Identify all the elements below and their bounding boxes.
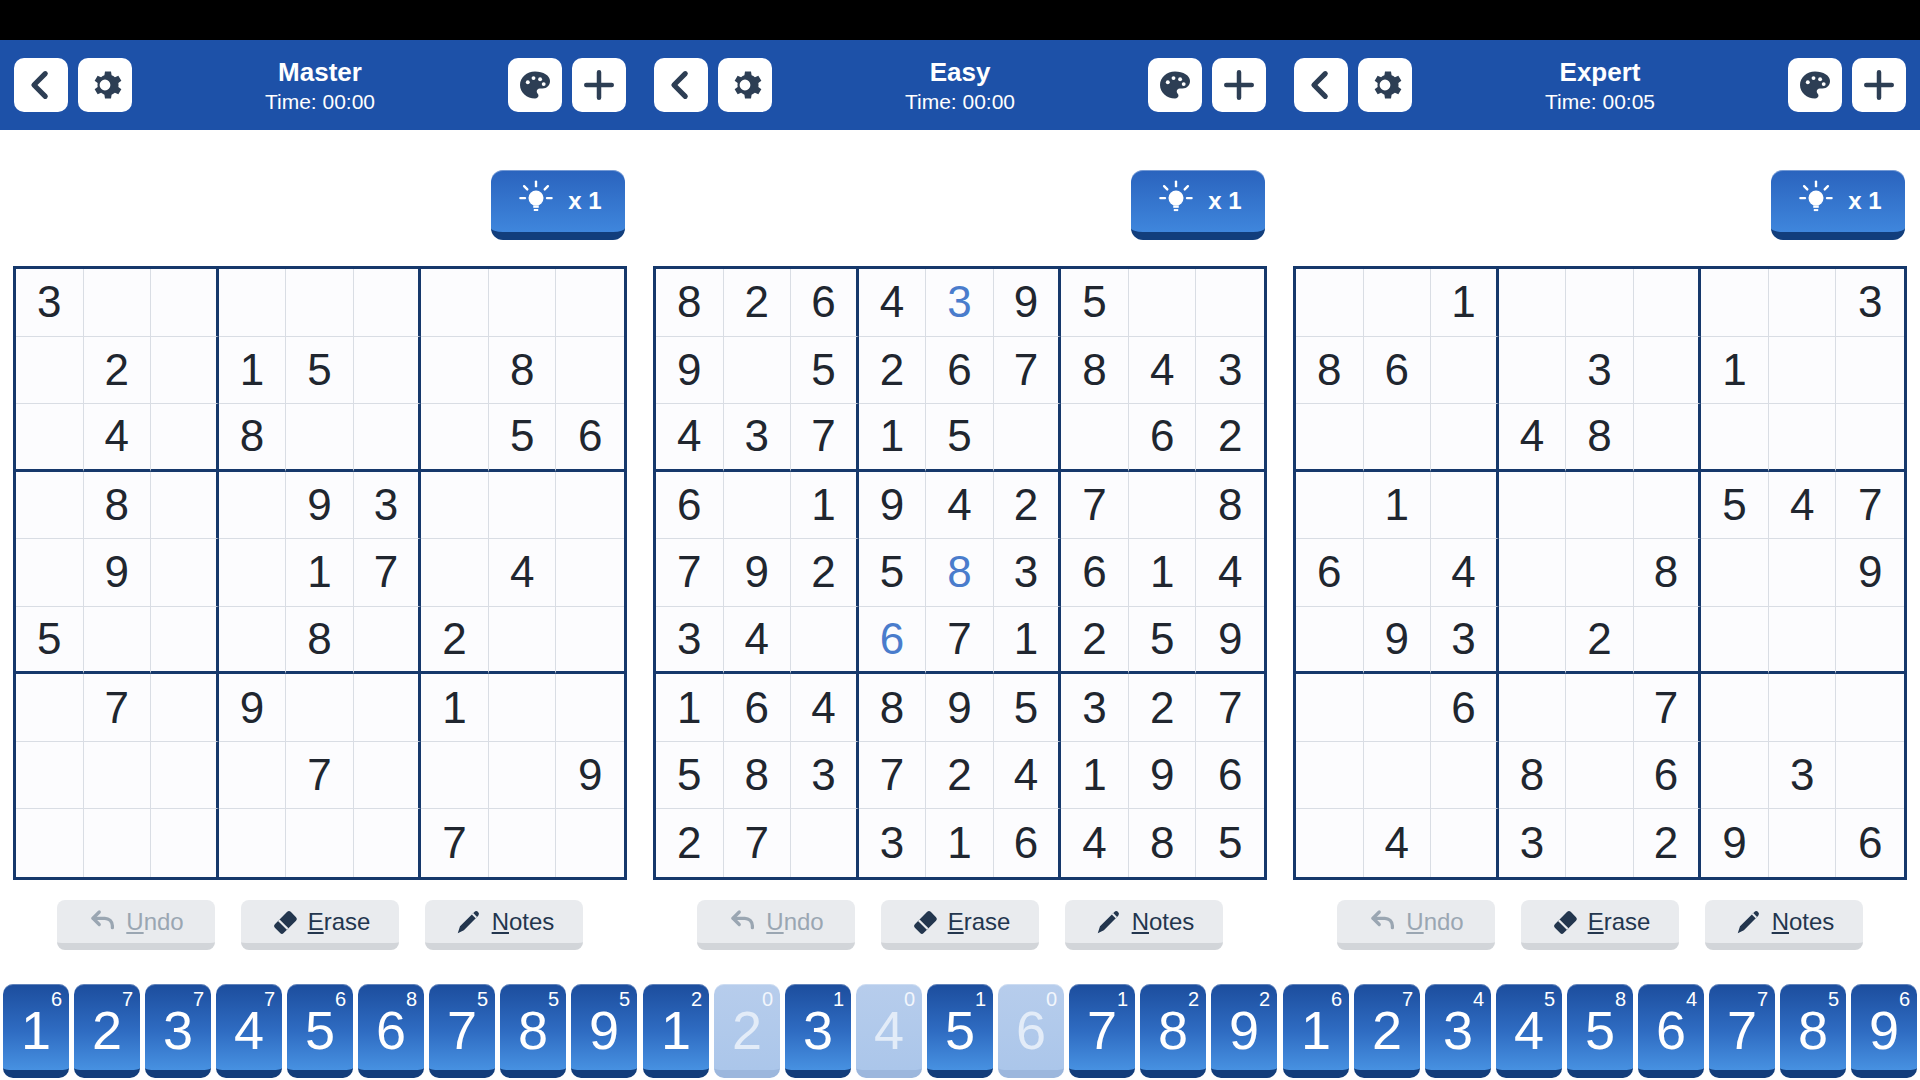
cell-r6c9[interactable]: 9 <box>1196 607 1264 675</box>
cell-r5c7[interactable]: 6 <box>1061 539 1129 607</box>
cell-r6c7[interactable]: 2 <box>1061 607 1129 675</box>
cell-r8c9[interactable]: 9 <box>556 742 624 810</box>
number-key-5[interactable]: 58 <box>1567 984 1633 1078</box>
number-key-9[interactable]: 96 <box>1851 984 1917 1078</box>
cell-r8c1[interactable]: 5 <box>656 742 724 810</box>
cell-r6c6[interactable] <box>1634 607 1702 675</box>
cell-r6c8[interactable] <box>489 607 557 675</box>
cell-r2c9[interactable]: 3 <box>1196 337 1264 405</box>
number-key-3[interactable]: 34 <box>1425 984 1491 1078</box>
cell-r8c2[interactable] <box>1364 742 1432 810</box>
cell-r9c1[interactable] <box>1296 809 1364 877</box>
cell-r5c6[interactable]: 3 <box>994 539 1062 607</box>
cell-r7c7[interactable]: 1 <box>421 674 489 742</box>
palette-icon <box>517 67 553 103</box>
cell-r5c8[interactable]: 1 <box>1129 539 1197 607</box>
cell-r2c7[interactable]: 8 <box>1061 337 1129 405</box>
cell-r9c3[interactable] <box>1431 809 1499 877</box>
cell-r2c9[interactable] <box>1836 337 1904 405</box>
settings-button[interactable] <box>718 58 772 112</box>
cell-r4c3[interactable]: 1 <box>791 472 859 540</box>
cell-r5c1[interactable] <box>16 539 84 607</box>
cell-r1c4[interactable] <box>219 269 287 337</box>
cell-r9c3[interactable] <box>791 809 859 877</box>
back-button[interactable] <box>14 58 68 112</box>
cell-r4c1[interactable] <box>1296 472 1364 540</box>
cell-r4c3[interactable] <box>1431 472 1499 540</box>
cell-r1c1[interactable] <box>1296 269 1364 337</box>
cell-r6c1[interactable]: 3 <box>656 607 724 675</box>
cell-r7c1[interactable]: 1 <box>656 674 724 742</box>
number-key-6[interactable]: 64 <box>1638 984 1704 1078</box>
number-key-digit: 1 <box>1301 1003 1331 1057</box>
cell-r1c8[interactable] <box>1769 269 1837 337</box>
cell-r3c6[interactable] <box>354 404 422 472</box>
number-key-5[interactable]: 51 <box>927 984 993 1078</box>
cell-r2c2[interactable]: 2 <box>84 337 152 405</box>
cell-r7c9[interactable] <box>1836 674 1904 742</box>
cell-r1c2[interactable]: 2 <box>724 269 792 337</box>
cell-r5c5[interactable]: 1 <box>286 539 354 607</box>
cell-r7c8[interactable] <box>1769 674 1837 742</box>
cell-r8c5[interactable]: 2 <box>926 742 994 810</box>
cell-r1c3[interactable] <box>151 269 219 337</box>
theme-button[interactable] <box>1148 58 1202 112</box>
cell-r1c9[interactable] <box>556 269 624 337</box>
number-key-6[interactable]: 68 <box>358 984 424 1078</box>
cell-r7c2[interactable] <box>1364 674 1432 742</box>
cell-r5c4[interactable]: 5 <box>859 539 927 607</box>
cell-r2c8[interactable]: 4 <box>1129 337 1197 405</box>
number-key-2[interactable]: 27 <box>74 984 140 1078</box>
cell-r7c6[interactable]: 5 <box>994 674 1062 742</box>
cell-r8c4[interactable]: 7 <box>859 742 927 810</box>
cell-r1c6[interactable] <box>1634 269 1702 337</box>
cell-r3c5[interactable]: 5 <box>926 404 994 472</box>
cell-r1c7[interactable] <box>421 269 489 337</box>
theme-button[interactable] <box>508 58 562 112</box>
cell-r3c2[interactable]: 3 <box>724 404 792 472</box>
cell-r3c4[interactable]: 4 <box>1499 404 1567 472</box>
cell-r1c6[interactable]: 9 <box>994 269 1062 337</box>
cell-r1c9[interactable]: 3 <box>1836 269 1904 337</box>
cell-r4c6[interactable]: 3 <box>354 472 422 540</box>
cell-r4c3[interactable] <box>151 472 219 540</box>
hint-button[interactable]: x 1 <box>1771 170 1905 240</box>
number-key-3[interactable]: 37 <box>145 984 211 1078</box>
cell-r8c5[interactable]: 7 <box>286 742 354 810</box>
cell-r8c6[interactable]: 6 <box>1634 742 1702 810</box>
cell-r1c6[interactable] <box>354 269 422 337</box>
cell-r5c6[interactable]: 8 <box>1634 539 1702 607</box>
cell-r9c8[interactable] <box>1769 809 1837 877</box>
cell-r1c4[interactable]: 4 <box>859 269 927 337</box>
cell-r8c6[interactable] <box>354 742 422 810</box>
cell-r9c9[interactable] <box>556 809 624 877</box>
undo-button[interactable]: Undo <box>57 900 215 950</box>
cell-r3c1[interactable] <box>1296 404 1364 472</box>
cell-r2c8[interactable]: 8 <box>489 337 557 405</box>
number-key-3[interactable]: 31 <box>785 984 851 1078</box>
cell-r5c1[interactable]: 6 <box>1296 539 1364 607</box>
cell-r3c1[interactable] <box>16 404 84 472</box>
cell-r3c5[interactable]: 8 <box>1566 404 1634 472</box>
cell-r5c5[interactable]: 8 <box>926 539 994 607</box>
cell-r7c5[interactable] <box>286 674 354 742</box>
number-key-8[interactable]: 85 <box>500 984 566 1078</box>
cell-r8c4[interactable] <box>219 742 287 810</box>
number-key-7[interactable]: 77 <box>1709 984 1775 1078</box>
cell-r9c7[interactable]: 4 <box>1061 809 1129 877</box>
cell-r5c7[interactable] <box>1701 539 1769 607</box>
cell-r9c4[interactable]: 3 <box>1499 809 1567 877</box>
cell-r2c1[interactable]: 9 <box>656 337 724 405</box>
cell-r5c8[interactable]: 4 <box>489 539 557 607</box>
cell-r9c1[interactable]: 2 <box>656 809 724 877</box>
cell-r7c4[interactable]: 8 <box>859 674 927 742</box>
cell-r6c4[interactable] <box>1499 607 1567 675</box>
remaining-count-badge: 5 <box>548 988 559 1011</box>
cell-r8c8[interactable] <box>489 742 557 810</box>
cell-r9c4[interactable] <box>219 809 287 877</box>
cell-r3c6[interactable] <box>994 404 1062 472</box>
cell-r4c1[interactable]: 6 <box>656 472 724 540</box>
undo-button[interactable]: Undo <box>1337 900 1495 950</box>
cell-r1c8[interactable] <box>1129 269 1197 337</box>
cell-r6c9[interactable] <box>556 607 624 675</box>
cell-r7c9[interactable] <box>556 674 624 742</box>
cell-r4c5[interactable]: 4 <box>926 472 994 540</box>
cell-r9c7[interactable]: 9 <box>1701 809 1769 877</box>
notes-button[interactable]: Notes <box>425 900 583 950</box>
cell-r3c7[interactable] <box>1701 404 1769 472</box>
new-game-button[interactable] <box>1212 58 1266 112</box>
cell-r1c9[interactable] <box>1196 269 1264 337</box>
cell-r4c8[interactable] <box>489 472 557 540</box>
cell-r5c6[interactable]: 7 <box>354 539 422 607</box>
number-key-7[interactable]: 71 <box>1069 984 1135 1078</box>
cell-r1c1[interactable]: 3 <box>16 269 84 337</box>
cell-r9c2[interactable]: 4 <box>1364 809 1432 877</box>
number-key-1[interactable]: 12 <box>643 984 709 1078</box>
cell-r7c1[interactable] <box>16 674 84 742</box>
undo-button[interactable]: Undo <box>697 900 855 950</box>
cell-r8c2[interactable]: 8 <box>724 742 792 810</box>
cell-r4c9[interactable] <box>556 472 624 540</box>
undo-label: Undo <box>126 908 183 936</box>
cell-r6c2[interactable]: 9 <box>1364 607 1432 675</box>
cell-r8c2[interactable] <box>84 742 152 810</box>
number-key-8[interactable]: 85 <box>1780 984 1846 1078</box>
new-game-button[interactable] <box>572 58 626 112</box>
cell-r6c8[interactable]: 5 <box>1129 607 1197 675</box>
number-key-2[interactable]: 20 <box>714 984 780 1078</box>
cell-r3c2[interactable] <box>1364 404 1432 472</box>
cell-r2c1[interactable] <box>16 337 84 405</box>
cell-r4c9[interactable]: 8 <box>1196 472 1264 540</box>
cell-r4c9[interactable]: 7 <box>1836 472 1904 540</box>
cell-r3c3[interactable]: 7 <box>791 404 859 472</box>
hint-button[interactable]: x 1 <box>491 170 625 240</box>
cell-r5c3[interactable]: 4 <box>1431 539 1499 607</box>
cell-r8c6[interactable]: 4 <box>994 742 1062 810</box>
cell-r7c8[interactable] <box>489 674 557 742</box>
cell-r3c9[interactable]: 6 <box>556 404 624 472</box>
cell-r2c5[interactable]: 6 <box>926 337 994 405</box>
cell-r1c2[interactable] <box>84 269 152 337</box>
cell-r7c3[interactable] <box>151 674 219 742</box>
cell-r1c5[interactable]: 3 <box>926 269 994 337</box>
cell-r5c2[interactable]: 9 <box>84 539 152 607</box>
cell-r1c3[interactable]: 6 <box>791 269 859 337</box>
cell-r8c7[interactable] <box>1701 742 1769 810</box>
cell-r3c8[interactable]: 6 <box>1129 404 1197 472</box>
cell-r6c6[interactable] <box>354 607 422 675</box>
cell-r6c2[interactable]: 4 <box>724 607 792 675</box>
cell-r6c1[interactable]: 5 <box>16 607 84 675</box>
cell-r4c4[interactable] <box>219 472 287 540</box>
cell-r2c5[interactable]: 3 <box>1566 337 1634 405</box>
cell-r6c3[interactable] <box>791 607 859 675</box>
cell-r8c4[interactable]: 8 <box>1499 742 1567 810</box>
cell-r6c7[interactable] <box>1701 607 1769 675</box>
notes-button[interactable]: Notes <box>1705 900 1863 950</box>
cell-r6c5[interactable]: 8 <box>286 607 354 675</box>
cell-r7c2[interactable]: 6 <box>724 674 792 742</box>
cell-r2c2[interactable]: 6 <box>1364 337 1432 405</box>
cell-r6c9[interactable] <box>1836 607 1904 675</box>
cell-r9c2[interactable] <box>84 809 152 877</box>
cell-r1c5[interactable] <box>286 269 354 337</box>
cell-r3c3[interactable] <box>1431 404 1499 472</box>
cell-r3c9[interactable] <box>1836 404 1904 472</box>
cell-r9c5[interactable] <box>286 809 354 877</box>
notes-label: Notes <box>1132 908 1195 936</box>
cell-r3c1[interactable]: 4 <box>656 404 724 472</box>
number-key-digit: 3 <box>1443 1003 1473 1057</box>
cell-r4c4[interactable] <box>1499 472 1567 540</box>
cell-r8c3[interactable] <box>1431 742 1499 810</box>
cell-r7c6[interactable] <box>354 674 422 742</box>
cell-r7c2[interactable]: 7 <box>84 674 152 742</box>
erase-button[interactable]: Erase <box>881 900 1039 950</box>
cell-r3c3[interactable] <box>151 404 219 472</box>
new-game-button[interactable] <box>1852 58 1906 112</box>
cell-r5c1[interactable]: 7 <box>656 539 724 607</box>
cell-r5c4[interactable] <box>219 539 287 607</box>
cell-r5c4[interactable] <box>1499 539 1567 607</box>
cell-r8c9[interactable]: 6 <box>1196 742 1264 810</box>
cell-r3c6[interactable] <box>1634 404 1702 472</box>
cell-r1c4[interactable] <box>1499 269 1567 337</box>
cell-r9c9[interactable]: 6 <box>1836 809 1904 877</box>
erase-button[interactable]: Erase <box>1521 900 1679 950</box>
cell-r2c6[interactable]: 7 <box>994 337 1062 405</box>
cell-r4c7[interactable]: 5 <box>1701 472 1769 540</box>
cell-r9c3[interactable] <box>151 809 219 877</box>
cell-r7c7[interactable]: 3 <box>1061 674 1129 742</box>
cell-r1c2[interactable] <box>1364 269 1432 337</box>
cell-r8c3[interactable] <box>151 742 219 810</box>
cell-r8c1[interactable] <box>1296 742 1364 810</box>
cell-r2c2[interactable] <box>724 337 792 405</box>
cell-r7c4[interactable]: 9 <box>219 674 287 742</box>
cell-r2c7[interactable]: 1 <box>1701 337 1769 405</box>
cell-r4c5[interactable] <box>1566 472 1634 540</box>
number-key-1[interactable]: 16 <box>3 984 69 1078</box>
number-key-4[interactable]: 45 <box>1496 984 1562 1078</box>
hint-button[interactable]: x 1 <box>1131 170 1265 240</box>
cell-r6c2[interactable] <box>84 607 152 675</box>
cell-r2c9[interactable] <box>556 337 624 405</box>
cell-r7c9[interactable]: 7 <box>1196 674 1264 742</box>
cell-r7c3[interactable]: 6 <box>1431 674 1499 742</box>
cell-r7c3[interactable]: 4 <box>791 674 859 742</box>
cell-r7c8[interactable]: 2 <box>1129 674 1197 742</box>
cell-r5c9[interactable]: 9 <box>1836 539 1904 607</box>
cell-r6c4[interactable]: 6 <box>859 607 927 675</box>
cell-r1c7[interactable]: 5 <box>1061 269 1129 337</box>
number-key-9[interactable]: 92 <box>1211 984 1277 1078</box>
cell-r1c8[interactable] <box>489 269 557 337</box>
cell-r5c2[interactable]: 9 <box>724 539 792 607</box>
cell-r6c4[interactable] <box>219 607 287 675</box>
cell-r6c3[interactable] <box>151 607 219 675</box>
number-key-5[interactable]: 56 <box>287 984 353 1078</box>
number-key-4[interactable]: 47 <box>216 984 282 1078</box>
cell-r3c8[interactable]: 5 <box>489 404 557 472</box>
back-button[interactable] <box>1294 58 1348 112</box>
cell-r4c2[interactable]: 1 <box>1364 472 1432 540</box>
cell-r3c4[interactable]: 1 <box>859 404 927 472</box>
cell-r9c2[interactable]: 7 <box>724 809 792 877</box>
cell-r9c1[interactable] <box>16 809 84 877</box>
cell-r7c1[interactable] <box>1296 674 1364 742</box>
cell-r1c3[interactable]: 1 <box>1431 269 1499 337</box>
cell-r4c6[interactable] <box>1634 472 1702 540</box>
cell-r6c6[interactable]: 1 <box>994 607 1062 675</box>
cell-r3c8[interactable] <box>1769 404 1837 472</box>
cell-r2c3[interactable] <box>1431 337 1499 405</box>
cell-r9c5[interactable] <box>1566 809 1634 877</box>
cell-r3c7[interactable] <box>421 404 489 472</box>
cell-r7c5[interactable]: 9 <box>926 674 994 742</box>
cell-r6c1[interactable] <box>1296 607 1364 675</box>
cell-r4c4[interactable]: 9 <box>859 472 927 540</box>
cell-r7c5[interactable] <box>1566 674 1634 742</box>
cell-r7c4[interactable] <box>1499 674 1567 742</box>
notes-button[interactable]: Notes <box>1065 900 1223 950</box>
cell-r9c5[interactable]: 1 <box>926 809 994 877</box>
cell-r2c4[interactable] <box>1499 337 1567 405</box>
settings-button[interactable] <box>1358 58 1412 112</box>
cell-r2c7[interactable] <box>421 337 489 405</box>
cell-r3c2[interactable]: 4 <box>84 404 152 472</box>
cell-r8c7[interactable]: 1 <box>1061 742 1129 810</box>
cell-r8c8[interactable]: 3 <box>1769 742 1837 810</box>
cell-r9c7[interactable]: 7 <box>421 809 489 877</box>
cell-r3c9[interactable]: 2 <box>1196 404 1264 472</box>
cell-r4c6[interactable]: 2 <box>994 472 1062 540</box>
number-key-7[interactable]: 75 <box>429 984 495 1078</box>
cell-r2c6[interactable] <box>354 337 422 405</box>
settings-button[interactable] <box>78 58 132 112</box>
cell-r8c8[interactable]: 9 <box>1129 742 1197 810</box>
back-button[interactable] <box>654 58 708 112</box>
number-key-2[interactable]: 27 <box>1354 984 1420 1078</box>
cell-r5c9[interactable] <box>556 539 624 607</box>
cell-r6c3[interactable]: 3 <box>1431 607 1499 675</box>
cell-r9c8[interactable] <box>489 809 557 877</box>
cell-r4c1[interactable] <box>16 472 84 540</box>
cell-r5c8[interactable] <box>1769 539 1837 607</box>
erase-button[interactable]: Erase <box>241 900 399 950</box>
cell-r2c1[interactable]: 8 <box>1296 337 1364 405</box>
cell-r2c4[interactable]: 1 <box>219 337 287 405</box>
cell-r6c5[interactable]: 2 <box>1566 607 1634 675</box>
cell-r4c7[interactable]: 7 <box>1061 472 1129 540</box>
cell-r8c3[interactable]: 3 <box>791 742 859 810</box>
cell-r9c9[interactable]: 5 <box>1196 809 1264 877</box>
cell-r4c2[interactable]: 8 <box>84 472 152 540</box>
cell-r1c5[interactable] <box>1566 269 1634 337</box>
cell-r5c2[interactable] <box>1364 539 1432 607</box>
cell-r3c7[interactable] <box>1061 404 1129 472</box>
cell-r1c1[interactable]: 8 <box>656 269 724 337</box>
cell-r3c5[interactable] <box>286 404 354 472</box>
cell-r5c9[interactable]: 4 <box>1196 539 1264 607</box>
cell-r4c7[interactable] <box>421 472 489 540</box>
theme-button[interactable] <box>1788 58 1842 112</box>
cell-r4c8[interactable] <box>1129 472 1197 540</box>
cell-r2c6[interactable] <box>1634 337 1702 405</box>
cell-r2c8[interactable] <box>1769 337 1837 405</box>
number-key-6[interactable]: 60 <box>998 984 1064 1078</box>
cell-r7c6[interactable]: 7 <box>1634 674 1702 742</box>
cell-r8c9[interactable] <box>1836 742 1904 810</box>
cell-r6c8[interactable] <box>1769 607 1837 675</box>
cell-r5c5[interactable] <box>1566 539 1634 607</box>
cell-r9c6[interactable]: 2 <box>1634 809 1702 877</box>
cell-r8c7[interactable] <box>421 742 489 810</box>
number-key-1[interactable]: 16 <box>1283 984 1349 1078</box>
cell-r4c2[interactable] <box>724 472 792 540</box>
cell-r8c1[interactable] <box>16 742 84 810</box>
cell-r5c7[interactable] <box>421 539 489 607</box>
cell-r4c5[interactable]: 9 <box>286 472 354 540</box>
cell-r2c3[interactable]: 5 <box>791 337 859 405</box>
cell-r9c4[interactable]: 3 <box>859 809 927 877</box>
cell-r4c8[interactable]: 4 <box>1769 472 1837 540</box>
cell-r6c5[interactable]: 7 <box>926 607 994 675</box>
cell-r5c3[interactable]: 2 <box>791 539 859 607</box>
cell-r9c8[interactable]: 8 <box>1129 809 1197 877</box>
cell-r2c5[interactable]: 5 <box>286 337 354 405</box>
cell-r7c7[interactable] <box>1701 674 1769 742</box>
number-key-9[interactable]: 95 <box>571 984 637 1078</box>
cell-r2c3[interactable] <box>151 337 219 405</box>
number-key-4[interactable]: 40 <box>856 984 922 1078</box>
cell-r5c3[interactable] <box>151 539 219 607</box>
cell-r8c5[interactable] <box>1566 742 1634 810</box>
cell-r2c4[interactable]: 2 <box>859 337 927 405</box>
cell-r9c6[interactable] <box>354 809 422 877</box>
cell-r3c4[interactable]: 8 <box>219 404 287 472</box>
cell-r9c6[interactable]: 6 <box>994 809 1062 877</box>
number-key-8[interactable]: 82 <box>1140 984 1206 1078</box>
cell-r1c7[interactable] <box>1701 269 1769 337</box>
cell-r6c7[interactable]: 2 <box>421 607 489 675</box>
